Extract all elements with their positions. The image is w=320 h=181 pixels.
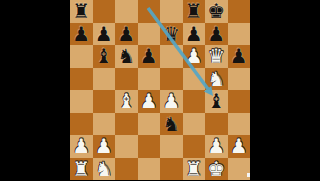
square-b8[interactable] [93, 0, 116, 23]
white-queen-g6[interactable]: ♛ [207, 45, 225, 68]
square-f5[interactable] [183, 68, 206, 91]
black-rook-a8[interactable]: ♜ [72, 0, 90, 22]
square-a6[interactable] [70, 45, 93, 68]
black-bishop-b6[interactable]: ♝ [95, 45, 113, 68]
square-f8[interactable]: ♜ [183, 0, 206, 23]
square-f2[interactable] [183, 135, 206, 158]
square-b6[interactable]: ♝ [93, 45, 116, 68]
square-h2[interactable]: ♟ [228, 135, 251, 158]
black-king-g8[interactable]: ♚ [207, 0, 225, 22]
black-pawn-c7[interactable]: ♟ [117, 22, 135, 45]
square-e7[interactable]: ♛ [160, 23, 183, 46]
black-queen-e7[interactable]: ♛ [162, 22, 180, 45]
black-pawn-g7[interactable]: ♟ [207, 22, 225, 45]
black-pawn-b7[interactable]: ♟ [95, 22, 113, 45]
black-pawn-f7[interactable]: ♟ [185, 22, 203, 45]
square-h5[interactable] [228, 68, 251, 91]
square-f4[interactable] [183, 90, 206, 113]
square-d8[interactable] [138, 0, 161, 23]
white-king-g1[interactable]: ♚ [207, 157, 225, 180]
corner-dot [247, 173, 250, 177]
square-b4[interactable] [93, 90, 116, 113]
video-frame: ♜♜♚♟♟♟♛♟♟♝♞♟♟♛♟♞♝♟♟♝♞♟♟♟♟♜♞♜♚ [0, 0, 320, 180]
square-a5[interactable] [70, 68, 93, 91]
square-d5[interactable] [138, 68, 161, 91]
square-d4[interactable]: ♟ [138, 90, 161, 113]
square-g8[interactable]: ♚ [205, 0, 228, 23]
black-pawn-h6[interactable]: ♟ [230, 45, 248, 68]
square-a3[interactable] [70, 113, 93, 136]
square-c5[interactable] [115, 68, 138, 91]
square-d2[interactable] [138, 135, 161, 158]
white-pawn-f6[interactable]: ♟ [185, 45, 203, 68]
square-a2[interactable]: ♟ [70, 135, 93, 158]
square-a1[interactable]: ♜ [70, 158, 93, 181]
square-h6[interactable]: ♟ [228, 45, 251, 68]
black-bishop-g4[interactable]: ♝ [207, 90, 225, 113]
white-pawn-g2[interactable]: ♟ [207, 135, 225, 158]
square-d6[interactable]: ♟ [138, 45, 161, 68]
square-e2[interactable] [160, 135, 183, 158]
square-h8[interactable] [228, 0, 251, 23]
square-a4[interactable] [70, 90, 93, 113]
black-pawn-a7[interactable]: ♟ [72, 22, 90, 45]
white-knight-g5[interactable]: ♞ [207, 67, 225, 90]
white-pawn-e4[interactable]: ♟ [162, 90, 180, 113]
square-d3[interactable] [138, 113, 161, 136]
black-knight-c6[interactable]: ♞ [117, 45, 135, 68]
square-b3[interactable] [93, 113, 116, 136]
white-bishop-c4[interactable]: ♝ [117, 90, 135, 113]
square-g7[interactable]: ♟ [205, 23, 228, 46]
square-h4[interactable] [228, 90, 251, 113]
black-pawn-d6[interactable]: ♟ [140, 45, 158, 68]
square-e4[interactable]: ♟ [160, 90, 183, 113]
square-f7[interactable]: ♟ [183, 23, 206, 46]
square-a7[interactable]: ♟ [70, 23, 93, 46]
square-c4[interactable]: ♝ [115, 90, 138, 113]
square-b7[interactable]: ♟ [93, 23, 116, 46]
square-g4[interactable]: ♝ [205, 90, 228, 113]
square-e1[interactable] [160, 158, 183, 181]
square-c6[interactable]: ♞ [115, 45, 138, 68]
square-b1[interactable]: ♞ [93, 158, 116, 181]
square-g6[interactable]: ♛ [205, 45, 228, 68]
white-pawn-d4[interactable]: ♟ [140, 90, 158, 113]
white-rook-f1[interactable]: ♜ [185, 157, 203, 180]
square-a8[interactable]: ♜ [70, 0, 93, 23]
square-c1[interactable] [115, 158, 138, 181]
square-c2[interactable] [115, 135, 138, 158]
black-knight-e3[interactable]: ♞ [162, 112, 180, 135]
square-c8[interactable] [115, 0, 138, 23]
white-pawn-a2[interactable]: ♟ [72, 135, 90, 158]
square-d1[interactable] [138, 158, 161, 181]
white-pawn-b2[interactable]: ♟ [95, 135, 113, 158]
black-rook-f8[interactable]: ♜ [185, 0, 203, 22]
square-g2[interactable]: ♟ [205, 135, 228, 158]
white-pawn-h2[interactable]: ♟ [230, 135, 248, 158]
square-b2[interactable]: ♟ [93, 135, 116, 158]
square-e5[interactable] [160, 68, 183, 91]
square-c7[interactable]: ♟ [115, 23, 138, 46]
white-knight-b1[interactable]: ♞ [95, 157, 113, 180]
square-c3[interactable] [115, 113, 138, 136]
letterbox-right [250, 0, 320, 180]
chess-board[interactable]: ♜♜♚♟♟♟♛♟♟♝♞♟♟♛♟♞♝♟♟♝♞♟♟♟♟♜♞♜♚ [70, 0, 250, 180]
square-e8[interactable] [160, 0, 183, 23]
square-e6[interactable] [160, 45, 183, 68]
square-f6[interactable]: ♟ [183, 45, 206, 68]
square-d7[interactable] [138, 23, 161, 46]
square-g1[interactable]: ♚ [205, 158, 228, 181]
square-g3[interactable] [205, 113, 228, 136]
square-g5[interactable]: ♞ [205, 68, 228, 91]
letterbox-left [0, 0, 70, 180]
square-h3[interactable] [228, 113, 251, 136]
square-b5[interactable] [93, 68, 116, 91]
square-h7[interactable] [228, 23, 251, 46]
white-rook-a1[interactable]: ♜ [72, 157, 90, 180]
square-e3[interactable]: ♞ [160, 113, 183, 136]
square-f1[interactable]: ♜ [183, 158, 206, 181]
square-f3[interactable] [183, 113, 206, 136]
